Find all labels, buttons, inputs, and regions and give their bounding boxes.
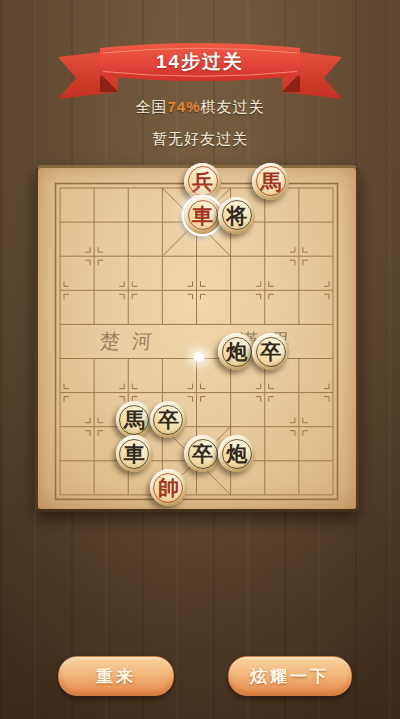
- piece-glyph: 馬: [124, 409, 145, 430]
- river-label-left: 楚河: [99, 328, 165, 355]
- piece-glyph: 炮: [226, 443, 247, 464]
- show-off-button[interactable]: 炫耀一下: [228, 656, 352, 696]
- friends-pass-status: 暂无好友过关: [0, 130, 400, 149]
- xiangqi-board[interactable]: 楚河 漢界 兵馬車将炮卒馬卒車卒炮帥: [35, 165, 359, 512]
- piece-glyph: 炮: [226, 341, 247, 362]
- piece-glyph: 兵: [192, 171, 213, 192]
- piece-red-horse[interactable]: 馬: [252, 163, 289, 200]
- national-pass-rate: 全国74%棋友过关: [0, 98, 400, 117]
- piece-black-horse[interactable]: 馬: [116, 401, 153, 438]
- pass-rate-percent: 74%: [167, 98, 200, 115]
- piece-glyph: 帥: [158, 477, 179, 498]
- last-move-marker: [194, 352, 204, 362]
- app-screen: 14步过关 全国74%棋友过关 暂无好友过关 楚河 漢界 兵馬車将炮卒馬卒車卒炮…: [0, 0, 400, 719]
- piece-glyph: 卒: [192, 443, 213, 464]
- piece-black-soldier[interactable]: 卒: [150, 401, 187, 438]
- piece-glyph: 車: [124, 443, 145, 464]
- piece-black-chariot[interactable]: 車: [116, 435, 153, 472]
- piece-glyph: 卒: [260, 341, 281, 362]
- piece-glyph: 卒: [158, 409, 179, 430]
- piece-black-soldier[interactable]: 卒: [252, 333, 289, 370]
- piece-black-general[interactable]: 将: [218, 197, 255, 234]
- piece-glyph: 馬: [260, 171, 281, 192]
- restart-button[interactable]: 重来: [58, 656, 174, 696]
- piece-glyph: 将: [226, 205, 247, 226]
- piece-glyph: 車: [192, 205, 213, 226]
- level-goal-title: 14步过关: [0, 49, 400, 75]
- piece-red-general[interactable]: 帥: [150, 469, 187, 506]
- piece-red-chariot[interactable]: 車: [184, 197, 221, 234]
- piece-black-cannon[interactable]: 炮: [218, 333, 255, 370]
- piece-red-soldier[interactable]: 兵: [184, 163, 221, 200]
